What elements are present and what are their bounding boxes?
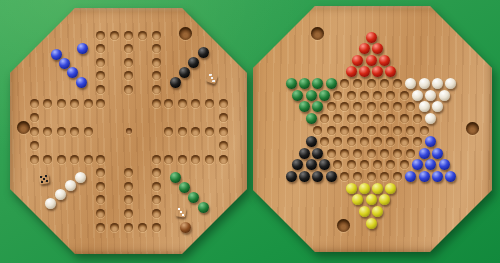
board-hole[interactable] — [152, 182, 161, 191]
board-hole[interactable] — [124, 195, 133, 204]
star-hole[interactable] — [406, 102, 415, 111]
red-marble[interactable] — [385, 66, 396, 77]
board-hole[interactable] — [96, 195, 105, 204]
blue-marble[interactable] — [59, 58, 70, 69]
green-marble[interactable] — [299, 78, 310, 89]
star-hole[interactable] — [386, 137, 395, 146]
star-hole[interactable] — [373, 137, 382, 146]
board-hole[interactable] — [138, 31, 147, 40]
blue-marble[interactable] — [445, 171, 456, 182]
black-marble[interactable] — [179, 67, 190, 78]
blue-marble[interactable] — [76, 77, 87, 88]
blue-marble[interactable] — [419, 148, 430, 159]
black-marble[interactable] — [188, 57, 199, 68]
board-hole[interactable] — [219, 141, 228, 150]
red-marble[interactable] — [372, 66, 383, 77]
star-hole[interactable] — [406, 126, 415, 135]
white-marble[interactable] — [412, 90, 423, 101]
blue-marble[interactable] — [77, 43, 88, 54]
board-hole[interactable] — [70, 127, 79, 136]
white-marble[interactable] — [45, 198, 56, 209]
board-hole[interactable] — [152, 44, 161, 53]
green-marble[interactable] — [292, 90, 303, 101]
white-marble[interactable] — [432, 101, 443, 112]
board-hole[interactable] — [219, 127, 228, 136]
board-hole[interactable] — [164, 127, 173, 136]
blue-marble[interactable] — [425, 159, 436, 170]
green-marble[interactable] — [188, 192, 199, 203]
star-hole[interactable] — [393, 126, 402, 135]
board-hole[interactable] — [124, 85, 133, 94]
star-hole[interactable] — [400, 91, 409, 100]
board-hole[interactable] — [152, 155, 161, 164]
board-hole[interactable] — [57, 155, 66, 164]
blue-marble[interactable] — [405, 171, 416, 182]
black-marble[interactable] — [312, 148, 323, 159]
board-hole[interactable] — [152, 85, 161, 94]
star-hole[interactable] — [413, 137, 422, 146]
star-hole[interactable] — [353, 126, 362, 135]
black-marble[interactable] — [306, 159, 317, 170]
black-die[interactable] — [206, 72, 219, 85]
star-hole[interactable] — [373, 160, 382, 169]
board-hole[interactable] — [84, 127, 93, 136]
star-hole[interactable] — [373, 114, 382, 123]
star-hole[interactable] — [333, 160, 342, 169]
white-marble[interactable] — [419, 78, 430, 89]
star-hole[interactable] — [413, 114, 422, 123]
red-marble[interactable] — [372, 43, 383, 54]
green-marble[interactable] — [306, 113, 317, 124]
red-marble[interactable] — [359, 66, 370, 77]
star-hole[interactable] — [400, 160, 409, 169]
aggravation-board-surface — [10, 8, 247, 254]
star-hole[interactable] — [320, 137, 329, 146]
board-hole[interactable] — [30, 113, 39, 122]
board-hole[interactable] — [219, 99, 228, 108]
blue-marble[interactable] — [432, 148, 443, 159]
star-hole[interactable] — [400, 137, 409, 146]
board-hole[interactable] — [124, 182, 133, 191]
board-hole[interactable] — [152, 223, 161, 232]
star-hole[interactable] — [367, 102, 376, 111]
board-hole[interactable] — [152, 71, 161, 80]
star-hole[interactable] — [340, 102, 349, 111]
board-hole[interactable] — [124, 44, 133, 53]
board-hole[interactable] — [96, 58, 105, 67]
star-hole[interactable] — [420, 126, 429, 135]
star-hole[interactable] — [327, 126, 336, 135]
red-marble[interactable] — [366, 55, 377, 66]
board-hole[interactable] — [96, 31, 105, 40]
star-hole[interactable] — [386, 114, 395, 123]
board-hole[interactable] — [124, 168, 133, 177]
green-marble[interactable] — [326, 78, 337, 89]
star-hole[interactable] — [347, 160, 356, 169]
star-hole[interactable] — [327, 149, 336, 158]
star-hole[interactable] — [360, 137, 369, 146]
star-hole[interactable] — [327, 102, 336, 111]
board-hole[interactable] — [30, 141, 39, 150]
photo-scene — [0, 0, 500, 263]
star-hole[interactable] — [367, 149, 376, 158]
star-hole[interactable] — [393, 79, 402, 88]
star-hole[interactable] — [353, 149, 362, 158]
board-hole[interactable] — [96, 71, 105, 80]
board-hole[interactable] — [96, 99, 105, 108]
red-marble[interactable] — [359, 43, 370, 54]
star-hole[interactable] — [347, 137, 356, 146]
board-hole[interactable] — [110, 31, 119, 40]
yellow-marble[interactable] — [385, 183, 396, 194]
star-hole[interactable] — [360, 160, 369, 169]
board-hole[interactable] — [178, 155, 187, 164]
storage-hole — [17, 121, 30, 134]
yellow-marble[interactable] — [379, 194, 390, 205]
board-hole[interactable] — [70, 99, 79, 108]
white-marble[interactable] — [55, 189, 66, 200]
board-hole[interactable] — [191, 127, 200, 136]
black-marble[interactable] — [292, 159, 303, 170]
yellow-marble[interactable] — [372, 183, 383, 194]
white-marble[interactable] — [425, 113, 436, 124]
star-hole[interactable] — [340, 79, 349, 88]
star-hole[interactable] — [380, 172, 389, 181]
green-marble[interactable] — [198, 202, 209, 213]
board-hole[interactable] — [178, 127, 187, 136]
board-hole[interactable] — [96, 209, 105, 218]
green-marble[interactable] — [312, 78, 323, 89]
board-hole[interactable] — [110, 223, 119, 232]
star-hole[interactable] — [333, 91, 342, 100]
white-marble[interactable] — [432, 78, 443, 89]
board-hole[interactable] — [152, 99, 161, 108]
green-marble[interactable] — [179, 182, 190, 193]
board-hole[interactable] — [43, 127, 52, 136]
red-marble[interactable] — [366, 32, 377, 43]
star-hole[interactable] — [367, 172, 376, 181]
storage-hole — [179, 27, 192, 40]
green-marble[interactable] — [170, 172, 181, 183]
star-hole[interactable] — [320, 114, 329, 123]
board-hole[interactable] — [30, 127, 39, 136]
storage-hole — [311, 27, 324, 40]
board-hole[interactable] — [96, 44, 105, 53]
blue-marble[interactable] — [67, 67, 78, 78]
star-hole[interactable] — [340, 149, 349, 158]
black-marble[interactable] — [299, 171, 310, 182]
chinese-checkers-board — [253, 6, 492, 252]
yellow-marble[interactable] — [359, 183, 370, 194]
yellow-marble[interactable] — [346, 183, 357, 194]
chinese-checkers-board-surface — [253, 6, 492, 252]
board-hole[interactable] — [205, 155, 214, 164]
red-marble[interactable] — [346, 66, 357, 77]
yellow-marble[interactable] — [366, 194, 377, 205]
board-hole[interactable] — [191, 99, 200, 108]
star-hole[interactable] — [313, 126, 322, 135]
board-hole[interactable] — [96, 168, 105, 177]
star-hole[interactable] — [340, 126, 349, 135]
board-hole[interactable] — [96, 223, 105, 232]
board-hole[interactable] — [96, 85, 105, 94]
star-hole[interactable] — [380, 79, 389, 88]
board-hole[interactable] — [164, 155, 173, 164]
white-die[interactable] — [38, 173, 49, 184]
white-marble[interactable] — [75, 172, 86, 183]
star-hole[interactable] — [367, 126, 376, 135]
yellow-marble[interactable] — [359, 206, 370, 217]
board-hole[interactable] — [205, 127, 214, 136]
white-marble[interactable] — [445, 78, 456, 89]
black-marble[interactable] — [170, 77, 181, 88]
board-hole[interactable] — [164, 99, 173, 108]
board-hole[interactable] — [124, 58, 133, 67]
board-hole[interactable] — [205, 99, 214, 108]
board-hole[interactable] — [152, 195, 161, 204]
board-hole[interactable] — [138, 223, 147, 232]
yellow-marble[interactable] — [366, 218, 377, 229]
blue-marble[interactable] — [439, 159, 450, 170]
star-hole[interactable] — [353, 102, 362, 111]
star-hole[interactable] — [353, 79, 362, 88]
star-hole[interactable] — [340, 172, 349, 181]
red-marble[interactable] — [379, 55, 390, 66]
yellow-marble[interactable] — [372, 206, 383, 217]
brown-marble[interactable] — [180, 222, 191, 233]
star-hole[interactable] — [386, 91, 395, 100]
white-marble[interactable] — [405, 78, 416, 89]
star-hole[interactable] — [360, 91, 369, 100]
board-hole[interactable] — [57, 99, 66, 108]
board-hole[interactable] — [70, 155, 79, 164]
teal-die[interactable] — [175, 206, 186, 217]
board-hole[interactable] — [152, 58, 161, 67]
board-hole[interactable] — [96, 155, 105, 164]
green-marble[interactable] — [312, 101, 323, 112]
star-hole[interactable] — [353, 172, 362, 181]
aggravation-board — [10, 8, 247, 254]
black-marble[interactable] — [306, 136, 317, 147]
board-hole[interactable] — [84, 99, 93, 108]
board-hole[interactable] — [219, 113, 228, 122]
board-hole[interactable] — [178, 99, 187, 108]
star-hole[interactable] — [400, 114, 409, 123]
board-hole[interactable] — [124, 31, 133, 40]
board-hole[interactable] — [84, 155, 93, 164]
star-hole[interactable] — [360, 114, 369, 123]
board-hole[interactable] — [30, 155, 39, 164]
board-hole[interactable] — [30, 99, 39, 108]
star-hole[interactable] — [393, 172, 402, 181]
board-hole[interactable] — [43, 99, 52, 108]
green-marble[interactable] — [306, 90, 317, 101]
green-marble[interactable] — [286, 78, 297, 89]
black-marble[interactable] — [319, 159, 330, 170]
star-hole[interactable] — [393, 149, 402, 158]
red-marble[interactable] — [352, 55, 363, 66]
white-marble[interactable] — [425, 90, 436, 101]
storage-hole — [466, 122, 479, 135]
black-marble[interactable] — [299, 148, 310, 159]
board-hole[interactable] — [191, 155, 200, 164]
black-marble[interactable] — [312, 171, 323, 182]
star-hole[interactable] — [333, 114, 342, 123]
board-hole[interactable] — [152, 31, 161, 40]
white-marble[interactable] — [65, 180, 76, 191]
blue-marble[interactable] — [412, 159, 423, 170]
blue-marble[interactable] — [432, 171, 443, 182]
star-hole[interactable] — [380, 149, 389, 158]
board-hole[interactable] — [152, 168, 161, 177]
black-marble[interactable] — [198, 47, 209, 58]
board-hole[interactable] — [124, 223, 133, 232]
board-hole[interactable] — [124, 209, 133, 218]
board-hole[interactable] — [43, 155, 52, 164]
star-hole[interactable] — [380, 126, 389, 135]
black-marble[interactable] — [286, 171, 297, 182]
board-hole[interactable] — [96, 182, 105, 191]
star-hole[interactable] — [333, 137, 342, 146]
star-hole[interactable] — [406, 149, 415, 158]
star-hole[interactable] — [367, 79, 376, 88]
black-marble[interactable] — [326, 171, 337, 182]
green-marble[interactable] — [319, 90, 330, 101]
yellow-marble[interactable] — [352, 194, 363, 205]
white-marble[interactable] — [439, 90, 450, 101]
star-hole[interactable] — [373, 91, 382, 100]
storage-hole — [337, 219, 350, 232]
center-hole[interactable] — [126, 128, 132, 134]
star-hole[interactable] — [380, 102, 389, 111]
blue-marble[interactable] — [51, 49, 62, 60]
board-hole[interactable] — [57, 127, 66, 136]
star-hole[interactable] — [347, 114, 356, 123]
star-hole[interactable] — [347, 91, 356, 100]
white-marble[interactable] — [419, 101, 430, 112]
board-hole[interactable] — [219, 155, 228, 164]
star-hole[interactable] — [386, 160, 395, 169]
blue-marble[interactable] — [425, 136, 436, 147]
green-marble[interactable] — [299, 101, 310, 112]
board-hole[interactable] — [124, 71, 133, 80]
blue-marble[interactable] — [419, 171, 430, 182]
star-hole[interactable] — [393, 102, 402, 111]
board-hole[interactable] — [152, 209, 161, 218]
